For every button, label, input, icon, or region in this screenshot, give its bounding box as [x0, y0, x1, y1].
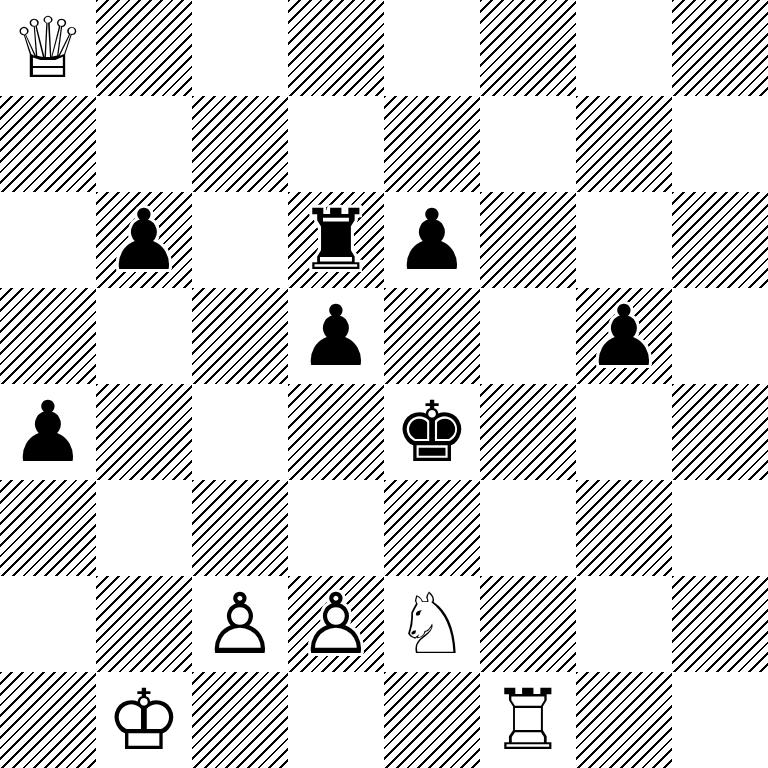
square-b8[interactable]: [96, 0, 192, 96]
square-h7[interactable]: [672, 96, 768, 192]
square-d1[interactable]: [288, 672, 384, 768]
square-h4[interactable]: [672, 384, 768, 480]
white-pawn-halo: ♟: [192, 576, 288, 672]
square-b5[interactable]: [96, 288, 192, 384]
piece-black-king: ♚: [384, 384, 480, 480]
black-rook-halo: ♜: [288, 192, 384, 288]
square-g5[interactable]: ♟♟: [576, 288, 672, 384]
square-a4[interactable]: ♟♟: [0, 384, 96, 480]
square-b4[interactable]: [96, 384, 192, 480]
square-a8[interactable]: ♛♕: [0, 0, 96, 96]
square-d3[interactable]: [288, 480, 384, 576]
piece-white-rook: ♖: [480, 672, 576, 768]
square-g8[interactable]: [576, 0, 672, 96]
square-g7[interactable]: [576, 96, 672, 192]
square-e1[interactable]: [384, 672, 480, 768]
piece-white-king: ♔: [96, 672, 192, 768]
black-pawn-halo: ♟: [576, 288, 672, 384]
square-f7[interactable]: [480, 96, 576, 192]
square-b1[interactable]: ♚♔: [96, 672, 192, 768]
piece-black-rook: ♜: [288, 192, 384, 288]
black-pawn-halo: ♟: [384, 192, 480, 288]
black-pawn-halo: ♟: [288, 288, 384, 384]
square-d8[interactable]: [288, 0, 384, 96]
square-g1[interactable]: [576, 672, 672, 768]
square-a1[interactable]: [0, 672, 96, 768]
square-a7[interactable]: [0, 96, 96, 192]
piece-black-pawn: ♟: [96, 192, 192, 288]
square-h8[interactable]: [672, 0, 768, 96]
square-c1[interactable]: [192, 672, 288, 768]
white-queen-halo: ♛: [0, 0, 96, 96]
square-c7[interactable]: [192, 96, 288, 192]
white-rook-halo: ♜: [480, 672, 576, 768]
chess-board: ♛♕♟♟♜♜♟♟♟♟♟♟♟♟♚♚♟♙♟♙♞♘♚♔♜♖: [0, 0, 768, 768]
square-g6[interactable]: [576, 192, 672, 288]
square-b6[interactable]: ♟♟: [96, 192, 192, 288]
square-h1[interactable]: [672, 672, 768, 768]
piece-white-pawn: ♙: [192, 576, 288, 672]
square-a2[interactable]: [0, 576, 96, 672]
square-e8[interactable]: [384, 0, 480, 96]
square-d2[interactable]: ♟♙: [288, 576, 384, 672]
white-king-halo: ♚: [96, 672, 192, 768]
square-e2[interactable]: ♞♘: [384, 576, 480, 672]
square-f5[interactable]: [480, 288, 576, 384]
piece-white-queen: ♕: [0, 0, 96, 96]
square-c4[interactable]: [192, 384, 288, 480]
square-e7[interactable]: [384, 96, 480, 192]
square-h6[interactable]: [672, 192, 768, 288]
square-c5[interactable]: [192, 288, 288, 384]
square-b2[interactable]: [96, 576, 192, 672]
square-c6[interactable]: [192, 192, 288, 288]
square-h2[interactable]: [672, 576, 768, 672]
square-d4[interactable]: [288, 384, 384, 480]
white-knight-halo: ♞: [384, 576, 480, 672]
square-f6[interactable]: [480, 192, 576, 288]
piece-black-pawn: ♟: [576, 288, 672, 384]
white-pawn-halo: ♟: [288, 576, 384, 672]
square-e6[interactable]: ♟♟: [384, 192, 480, 288]
black-pawn-halo: ♟: [96, 192, 192, 288]
square-a6[interactable]: [0, 192, 96, 288]
square-f1[interactable]: ♜♖: [480, 672, 576, 768]
square-g2[interactable]: [576, 576, 672, 672]
square-c8[interactable]: [192, 0, 288, 96]
square-a5[interactable]: [0, 288, 96, 384]
square-f3[interactable]: [480, 480, 576, 576]
square-c3[interactable]: [192, 480, 288, 576]
piece-black-pawn: ♟: [384, 192, 480, 288]
square-c2[interactable]: ♟♙: [192, 576, 288, 672]
square-d6[interactable]: ♜♜: [288, 192, 384, 288]
square-b7[interactable]: [96, 96, 192, 192]
square-b3[interactable]: [96, 480, 192, 576]
square-g3[interactable]: [576, 480, 672, 576]
black-pawn-halo: ♟: [0, 384, 96, 480]
square-e5[interactable]: [384, 288, 480, 384]
square-e4[interactable]: ♚♚: [384, 384, 480, 480]
square-h3[interactable]: [672, 480, 768, 576]
square-a3[interactable]: [0, 480, 96, 576]
square-h5[interactable]: [672, 288, 768, 384]
square-g4[interactable]: [576, 384, 672, 480]
square-f2[interactable]: [480, 576, 576, 672]
square-f4[interactable]: [480, 384, 576, 480]
square-d7[interactable]: [288, 96, 384, 192]
square-e3[interactable]: [384, 480, 480, 576]
black-king-halo: ♚: [384, 384, 480, 480]
square-d5[interactable]: ♟♟: [288, 288, 384, 384]
square-f8[interactable]: [480, 0, 576, 96]
piece-white-knight: ♘: [384, 576, 480, 672]
piece-black-pawn: ♟: [288, 288, 384, 384]
piece-white-pawn: ♙: [288, 576, 384, 672]
piece-black-pawn: ♟: [0, 384, 96, 480]
